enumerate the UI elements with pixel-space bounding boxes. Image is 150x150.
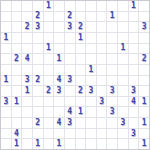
empty-cell-r3c13[interactable] [129,22,139,32]
empty-cell-r10c6[interactable] [54,97,64,107]
empty-cell-r12c11[interactable] [107,118,117,128]
clue-cell-r10c1: 3 [1,97,11,107]
empty-cell-r7c12[interactable] [118,65,128,75]
clue-cell-r14c2: 1 [12,139,22,149]
empty-cell-r9c10[interactable] [97,86,107,96]
clue-cell-r12c12: 3 [118,118,128,128]
empty-cell-r11c10[interactable] [97,107,107,117]
empty-cell-r13c6[interactable] [54,129,64,139]
empty-cell-r4c4[interactable] [33,33,43,43]
empty-cell-r13c7[interactable] [65,129,75,139]
empty-cell-r4c10[interactable] [97,33,107,43]
empty-cell-r8c9[interactable] [86,76,96,86]
empty-cell-r8c11[interactable] [107,76,117,86]
empty-cell-r7c13[interactable] [129,65,139,75]
empty-cell-r8c13[interactable] [129,76,139,86]
empty-cell-r12c1[interactable] [1,118,11,128]
empty-cell-r4c3[interactable] [22,33,32,43]
empty-cell-r5c4[interactable] [33,44,43,54]
empty-cell-r9c1[interactable] [1,86,11,96]
empty-cell-r10c7[interactable] [65,97,75,107]
empty-cell-r1c10[interactable] [97,1,107,11]
empty-cell-r10c8[interactable] [76,97,86,107]
empty-cell-r2c13[interactable] [129,12,139,22]
empty-cell-r10c4[interactable] [33,97,43,107]
empty-cell-r5c1[interactable] [1,44,11,54]
empty-cell-r14c5[interactable] [44,139,54,149]
clue-cell-r8c7: 3 [65,76,75,86]
empty-cell-r3c1[interactable] [1,22,11,32]
empty-cell-r2c8[interactable] [76,12,86,22]
empty-cell-r9c12[interactable] [118,86,128,96]
empty-cell-r12c8[interactable] [76,118,86,128]
empty-cell-r11c9[interactable] [86,107,96,117]
clue-cell-r2c4: 2 [33,12,43,22]
empty-cell-r7c2[interactable] [12,65,22,75]
clue-cell-r11c11: 3 [107,107,117,117]
empty-cell-r12c9[interactable] [86,118,96,128]
empty-cell-r1c8[interactable] [76,1,86,11]
empty-cell-r7c6[interactable] [54,65,64,75]
empty-cell-r4c14[interactable] [139,33,149,43]
empty-cell-r5c10[interactable] [97,44,107,54]
empty-cell-r5c11[interactable] [107,44,117,54]
empty-cell-r3c9[interactable] [86,22,96,32]
empty-cell-r7c8[interactable] [76,65,86,75]
empty-cell-r5c8[interactable] [76,44,86,54]
clue-cell-r3c14: 3 [139,22,149,32]
empty-cell-r4c11[interactable] [107,33,117,43]
clue-cell-r6c3: 4 [22,54,32,64]
clue-cell-r10c13: 4 [129,97,139,107]
clue-cell-r4c8: 1 [76,33,86,43]
empty-cell-r5c9[interactable] [86,44,96,54]
empty-cell-r2c3[interactable] [22,12,32,22]
clue-cell-r6c2: 2 [12,54,22,64]
clue-cell-r3c8: 2 [76,22,86,32]
clue-cell-r4c1: 1 [1,33,11,43]
empty-cell-r10c12[interactable] [118,97,128,107]
empty-cell-r14c8[interactable] [76,139,86,149]
empty-cell-r12c13[interactable] [129,118,139,128]
empty-cell-r1c9[interactable] [86,1,96,11]
empty-cell-r6c1[interactable] [1,54,11,64]
empty-cell-r12c2[interactable] [12,118,22,128]
empty-cell-r9c7[interactable] [65,86,75,96]
empty-cell-r1c7[interactable] [65,1,75,11]
empty-cell-r13c3[interactable] [22,129,32,139]
clue-cell-r14c6: 1 [54,139,64,149]
empty-cell-r14c1[interactable] [1,139,11,149]
empty-cell-r13c1[interactable] [1,129,11,139]
clue-cell-r5c5: 1 [44,44,54,54]
clue-cell-r6c6: 1 [54,54,64,64]
empty-cell-r10c3[interactable] [22,97,32,107]
empty-cell-r1c12[interactable] [118,1,128,11]
clue-cell-r1c5: 1 [44,1,54,11]
empty-cell-r7c3[interactable] [22,65,32,75]
empty-cell-r7c1[interactable] [1,65,11,75]
empty-cell-r6c11[interactable] [107,54,117,64]
clue-cell-r7c9: 1 [86,65,96,75]
empty-cell-r3c10[interactable] [97,22,107,32]
empty-cell-r10c11[interactable] [107,97,117,107]
empty-cell-r14c7[interactable] [65,139,75,149]
empty-cell-r5c2[interactable] [12,44,22,54]
empty-cell-r11c13[interactable] [129,107,139,117]
clue-cell-r13c2: 4 [12,129,22,139]
empty-cell-r14c3[interactable] [22,139,32,149]
clue-cell-r1c13: 1 [129,1,139,11]
clue-cell-r9c6: 3 [54,86,64,96]
empty-cell-r11c14[interactable] [139,107,149,117]
clue-cell-r9c11: 3 [107,86,117,96]
empty-cell-r6c7[interactable] [65,54,75,64]
empty-cell-r8c10[interactable] [97,76,107,86]
empty-cell-r4c6[interactable] [54,33,64,43]
clue-cell-r9c13: 3 [129,86,139,96]
empty-cell-r1c1[interactable] [1,1,11,11]
empty-cell-r11c12[interactable] [118,107,128,117]
clue-cell-r9c8: 2 [76,86,86,96]
clue-cell-r8c6: 4 [54,76,64,86]
empty-cell-r11c4[interactable] [33,107,43,117]
empty-cell-r13c12[interactable] [118,129,128,139]
clue-cell-r10c2: 1 [12,97,22,107]
empty-cell-r6c10[interactable] [97,54,107,64]
empty-cell-r4c12[interactable] [118,33,128,43]
empty-cell-r9c2[interactable] [12,86,22,96]
empty-cell-r1c2[interactable] [12,1,22,11]
empty-cell-r2c10[interactable] [97,12,107,22]
empty-cell-r1c3[interactable] [22,1,32,11]
empty-cell-r4c5[interactable] [44,33,54,43]
empty-cell-r2c9[interactable] [86,12,96,22]
empty-cell-r7c7[interactable] [65,65,75,75]
empty-cell-r6c4[interactable] [33,54,43,64]
empty-cell-r13c8[interactable] [76,129,86,139]
empty-cell-r14c10[interactable] [97,139,107,149]
empty-cell-r3c11[interactable] [107,22,117,32]
clue-cell-r12c7: 3 [65,118,75,128]
clue-cell-r10c10: 3 [97,97,107,107]
empty-cell-r4c2[interactable] [12,33,22,43]
empty-cell-r2c12[interactable] [118,12,128,22]
empty-cell-r3c2[interactable] [12,22,22,32]
empty-cell-r10c9[interactable] [86,97,96,107]
empty-cell-r6c12[interactable] [118,54,128,64]
empty-cell-r14c11[interactable] [107,139,117,149]
clue-cell-r11c7: 4 [65,107,75,117]
empty-cell-r3c12[interactable] [118,22,128,32]
empty-cell-r2c14[interactable] [139,12,149,22]
empty-cell-r11c6[interactable] [54,107,64,117]
empty-cell-r7c10[interactable] [97,65,107,75]
clue-cell-r9c5: 2 [44,86,54,96]
empty-cell-r13c10[interactable] [97,129,107,139]
empty-cell-r8c2[interactable] [12,76,22,86]
empty-cell-r4c7[interactable] [65,33,75,43]
empty-cell-r4c9[interactable] [86,33,96,43]
clue-cell-r3c7: 3 [65,22,75,32]
empty-cell-r8c5[interactable] [44,76,54,86]
empty-cell-r4c13[interactable] [129,33,139,43]
empty-cell-r2c5[interactable] [44,12,54,22]
clue-cell-r11c8: 1 [76,107,86,117]
minesweeper-board: 1122123323111124121132431232333313414132… [0,0,150,150]
minesweeper-puzzle-page: 1122123323111124121132431232333313414132… [0,0,150,150]
empty-cell-r8c8[interactable] [76,76,86,86]
clue-cell-r2c11: 1 [107,12,117,22]
empty-cell-r13c5[interactable] [44,129,54,139]
clue-cell-r10c14: 1 [139,97,149,107]
empty-cell-r10c5[interactable] [44,97,54,107]
empty-cell-r7c14[interactable] [139,65,149,75]
empty-cell-r6c13[interactable] [129,54,139,64]
empty-cell-r5c6[interactable] [54,44,64,54]
clue-cell-r3c3: 2 [22,22,32,32]
clue-cell-r8c3: 3 [22,76,32,86]
empty-cell-r5c7[interactable] [65,44,75,54]
clue-cell-r13c13: 3 [129,129,139,139]
empty-cell-r11c1[interactable] [1,107,11,117]
empty-cell-r12c10[interactable] [97,118,107,128]
empty-cell-r3c6[interactable] [54,22,64,32]
empty-cell-r1c4[interactable] [33,1,43,11]
empty-cell-r5c13[interactable] [129,44,139,54]
empty-cell-r5c14[interactable] [139,44,149,54]
empty-cell-r14c9[interactable] [86,139,96,149]
clue-cell-r6c14: 2 [139,54,149,64]
empty-cell-r13c9[interactable] [86,129,96,139]
clue-cell-r14c4: 1 [33,139,43,149]
empty-cell-r11c3[interactable] [22,107,32,117]
empty-cell-r6c8[interactable] [76,54,86,64]
empty-cell-r11c2[interactable] [12,107,22,117]
clue-cell-r9c9: 3 [86,86,96,96]
empty-cell-r7c11[interactable] [107,65,117,75]
empty-cell-r12c3[interactable] [22,118,32,128]
empty-cell-r13c4[interactable] [33,129,43,139]
empty-cell-r11c5[interactable] [44,107,54,117]
empty-cell-r9c14[interactable] [139,86,149,96]
empty-cell-r6c9[interactable] [86,54,96,64]
clue-cell-r8c1: 1 [1,76,11,86]
empty-cell-r1c11[interactable] [107,1,117,11]
empty-cell-r13c11[interactable] [107,129,117,139]
empty-cell-r12c5[interactable] [44,118,54,128]
empty-cell-r9c4[interactable] [33,86,43,96]
empty-cell-r1c6[interactable] [54,1,64,11]
clue-cell-r14c14: 1 [139,139,149,149]
clue-cell-r8c4: 2 [33,76,43,86]
clue-cell-r12c14: 1 [139,118,149,128]
empty-cell-r8c12[interactable] [118,76,128,86]
clue-cell-r2c7: 2 [65,12,75,22]
empty-cell-r6c5[interactable] [44,54,54,64]
clue-cell-r5c12: 1 [118,44,128,54]
empty-cell-r2c1[interactable] [1,12,11,22]
empty-cell-r8c14[interactable] [139,76,149,86]
empty-cell-r14c13[interactable] [129,139,139,149]
clue-cell-r12c6: 4 [54,118,64,128]
empty-cell-r1c14[interactable] [139,1,149,11]
empty-cell-r3c5[interactable] [44,22,54,32]
empty-cell-r7c4[interactable] [33,65,43,75]
clue-cell-r12c4: 2 [33,118,43,128]
empty-cell-r2c6[interactable] [54,12,64,22]
empty-cell-r14c12[interactable] [118,139,128,149]
empty-cell-r7c5[interactable] [44,65,54,75]
clue-cell-r9c3: 1 [22,86,32,96]
empty-cell-r2c2[interactable] [12,12,22,22]
empty-cell-r5c3[interactable] [22,44,32,54]
clue-cell-r3c4: 3 [33,22,43,32]
empty-cell-r13c14[interactable] [139,129,149,139]
